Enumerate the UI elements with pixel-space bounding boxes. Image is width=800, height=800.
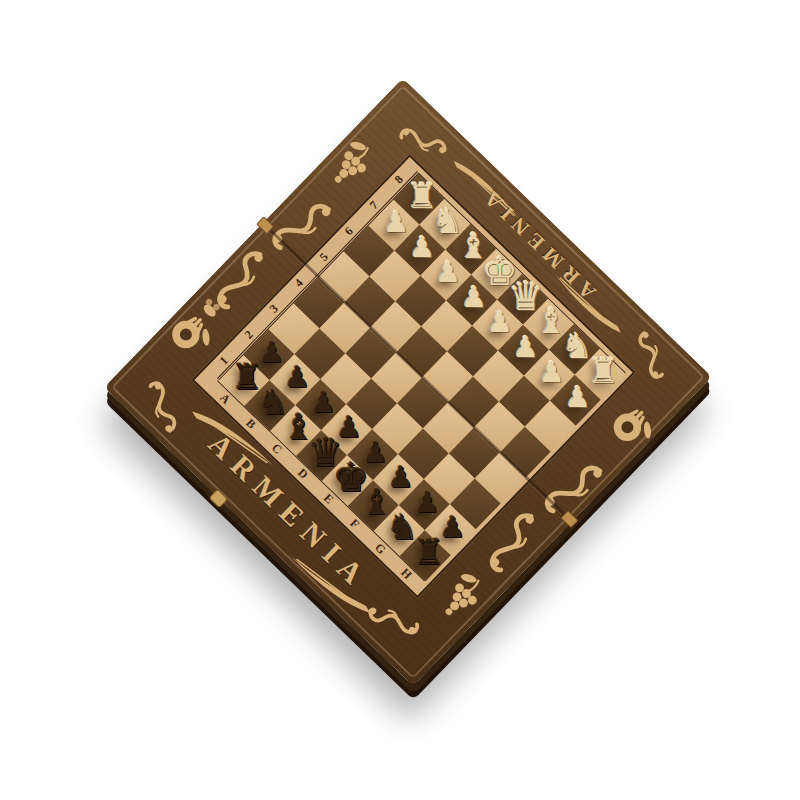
light-pawn-c7[interactable]: ♟ <box>435 258 461 287</box>
photo-scene: ARMENIA ARMENIA 87654321 ABCDEFGH ♜♞♝♚♛♝… <box>0 0 800 800</box>
light-pawn-h7[interactable]: ♟ <box>565 383 591 412</box>
light-rook-h8[interactable]: ♜ <box>587 354 618 389</box>
chess-board: ARMENIA ARMENIA 87654321 ABCDEFGH ♜♞♝♚♛♝… <box>104 78 712 686</box>
pomegranate-ornament-icon <box>598 391 666 459</box>
light-pawn-e7[interactable]: ♟ <box>487 308 513 337</box>
light-pawn-g7[interactable]: ♟ <box>539 358 565 387</box>
light-pawn-f7[interactable]: ♟ <box>513 333 539 362</box>
clasp-pin <box>208 489 228 509</box>
light-pawn-d7[interactable]: ♟ <box>461 283 487 312</box>
dark-rook-h1[interactable]: ♜ <box>412 535 443 570</box>
light-pawn-a7[interactable]: ♟ <box>383 208 409 237</box>
light-pawn-b7[interactable]: ♟ <box>409 233 435 262</box>
